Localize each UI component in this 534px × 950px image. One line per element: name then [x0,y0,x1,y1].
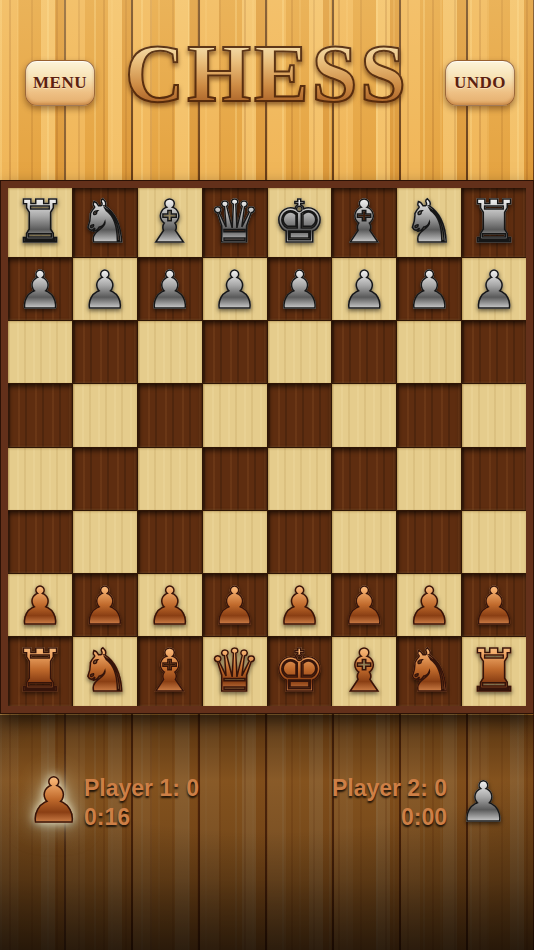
board-grid: ♜♞♝♛♚♝♞♜♟♟♟♟♟♟♟♟♟♟♟♟♟♟♟♟♜♞♝♛♚♝♞♜ [8,188,526,706]
piece-white-knight[interactable]: ♞ [403,636,456,705]
piece-black-knight[interactable]: ♞ [78,187,131,256]
piece-black-pawn[interactable]: ♟ [82,260,129,320]
square-g3[interactable] [397,511,461,573]
square-e2[interactable]: ♟ [268,574,332,636]
piece-white-rook[interactable]: ♜ [468,636,521,705]
piece-black-rook[interactable]: ♜ [468,187,521,256]
menu-button[interactable]: MENU [25,60,95,106]
piece-black-pawn[interactable]: ♟ [471,260,518,320]
square-d2[interactable]: ♟ [203,574,267,636]
piece-black-pawn[interactable]: ♟ [211,260,258,320]
piece-black-pawn[interactable]: ♟ [341,260,388,320]
piece-black-knight[interactable]: ♞ [403,187,456,256]
square-f5[interactable] [332,384,396,446]
square-c7[interactable]: ♟ [138,258,202,320]
player2-score: Player 2: 0 [332,775,447,802]
square-g6[interactable] [397,321,461,383]
square-g1[interactable]: ♞ [397,637,461,706]
square-c1[interactable]: ♝ [138,637,202,706]
piece-white-pawn[interactable]: ♟ [82,576,129,636]
piece-black-pawn[interactable]: ♟ [17,260,64,320]
square-c3[interactable] [138,511,202,573]
app-screen: CHESS MENU UNDO ♜♞♝♛♚♝♞♜♟♟♟♟♟♟♟♟♟♟♟♟♟♟♟♟… [0,0,534,950]
square-b3[interactable] [73,511,137,573]
square-b2[interactable]: ♟ [73,574,137,636]
square-e1[interactable]: ♚ [268,637,332,706]
square-e5[interactable] [268,384,332,446]
player2-clock: 0:00 [401,804,447,831]
square-a6[interactable] [8,321,72,383]
piece-white-pawn[interactable]: ♟ [341,576,388,636]
piece-white-king[interactable]: ♚ [273,636,326,705]
square-g2[interactable]: ♟ [397,574,461,636]
square-h4[interactable] [462,448,526,510]
piece-black-rook[interactable]: ♜ [13,187,66,256]
chess-board: ♜♞♝♛♚♝♞♜♟♟♟♟♟♟♟♟♟♟♟♟♟♟♟♟♜♞♝♛♚♝♞♜ [1,181,533,713]
square-f7[interactable]: ♟ [332,258,396,320]
piece-white-pawn[interactable]: ♟ [276,576,323,636]
square-e8[interactable]: ♚ [268,188,332,257]
square-g5[interactable] [397,384,461,446]
square-e7[interactable]: ♟ [268,258,332,320]
square-h6[interactable] [462,321,526,383]
square-c6[interactable] [138,321,202,383]
square-d4[interactable] [203,448,267,510]
square-f3[interactable] [332,511,396,573]
piece-white-pawn[interactable]: ♟ [211,576,258,636]
square-d6[interactable] [203,321,267,383]
piece-black-queen[interactable]: ♛ [208,187,261,256]
square-h7[interactable]: ♟ [462,258,526,320]
square-g4[interactable] [397,448,461,510]
square-c8[interactable]: ♝ [138,188,202,257]
square-d1[interactable]: ♛ [203,637,267,706]
undo-button[interactable]: UNDO [445,60,515,106]
square-b1[interactable]: ♞ [73,637,137,706]
square-e6[interactable] [268,321,332,383]
player2-silver-pawn-icon: ♟ [459,770,508,834]
square-b6[interactable] [73,321,137,383]
square-b7[interactable]: ♟ [73,258,137,320]
square-f8[interactable]: ♝ [332,188,396,257]
piece-white-pawn[interactable]: ♟ [471,576,518,636]
square-f1[interactable]: ♝ [332,637,396,706]
piece-black-pawn[interactable]: ♟ [406,260,453,320]
square-c2[interactable]: ♟ [138,574,202,636]
square-c5[interactable] [138,384,202,446]
square-e4[interactable] [268,448,332,510]
player1-clock: 0:16 [84,804,130,831]
piece-white-pawn[interactable]: ♟ [146,576,193,636]
square-b5[interactable] [73,384,137,446]
piece-black-pawn[interactable]: ♟ [146,260,193,320]
square-d5[interactable] [203,384,267,446]
square-g8[interactable]: ♞ [397,188,461,257]
square-h8[interactable]: ♜ [462,188,526,257]
square-a3[interactable] [8,511,72,573]
square-e3[interactable] [268,511,332,573]
piece-white-bishop[interactable]: ♝ [143,636,196,705]
square-f2[interactable]: ♟ [332,574,396,636]
piece-black-pawn[interactable]: ♟ [276,260,323,320]
square-h5[interactable] [462,384,526,446]
square-a2[interactable]: ♟ [8,574,72,636]
piece-white-pawn[interactable]: ♟ [17,576,64,636]
square-d7[interactable]: ♟ [203,258,267,320]
square-d8[interactable]: ♛ [203,188,267,257]
piece-white-queen[interactable]: ♛ [208,636,261,705]
piece-black-king[interactable]: ♚ [273,187,326,256]
piece-black-bishop[interactable]: ♝ [338,187,391,256]
square-a8[interactable]: ♜ [8,188,72,257]
piece-black-bishop[interactable]: ♝ [143,187,196,256]
player1-copper-pawn-icon: ♟ [26,764,82,837]
square-a1[interactable]: ♜ [8,637,72,706]
square-b4[interactable] [73,448,137,510]
square-h1[interactable]: ♜ [462,637,526,706]
square-c4[interactable] [138,448,202,510]
piece-white-bishop[interactable]: ♝ [338,636,391,705]
piece-white-pawn[interactable]: ♟ [406,576,453,636]
square-a5[interactable] [8,384,72,446]
square-f4[interactable] [332,448,396,510]
square-h3[interactable] [462,511,526,573]
square-d3[interactable] [203,511,267,573]
square-g7[interactable]: ♟ [397,258,461,320]
square-f6[interactable] [332,321,396,383]
player1-score: Player 1: 0 [84,775,199,802]
square-a4[interactable] [8,448,72,510]
piece-white-rook[interactable]: ♜ [13,636,66,705]
square-a7[interactable]: ♟ [8,258,72,320]
square-b8[interactable]: ♞ [73,188,137,257]
piece-white-knight[interactable]: ♞ [78,636,131,705]
square-h2[interactable]: ♟ [462,574,526,636]
